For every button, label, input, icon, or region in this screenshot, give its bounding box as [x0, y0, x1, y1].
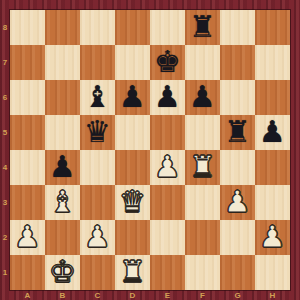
file-label-d: D	[115, 290, 150, 300]
square-c3[interactable]	[80, 185, 115, 220]
square-h3[interactable]	[255, 185, 290, 220]
square-e3[interactable]	[150, 185, 185, 220]
rank-label-8: 8	[0, 10, 10, 45]
file-label-e: E	[150, 290, 185, 300]
square-b7[interactable]	[45, 45, 80, 80]
square-g4[interactable]	[220, 150, 255, 185]
piece-white-pawn-h2[interactable]: ♟	[259, 219, 286, 254]
piece-white-pawn-a2[interactable]: ♟	[14, 219, 41, 254]
piece-black-rook-f8[interactable]: ♜	[189, 9, 216, 44]
square-a2[interactable]: ♟	[10, 220, 45, 255]
square-c5[interactable]: ♛	[80, 115, 115, 150]
square-g7[interactable]	[220, 45, 255, 80]
square-e2[interactable]	[150, 220, 185, 255]
piece-white-king-b1[interactable]: ♚	[49, 254, 76, 289]
chess-board-frame: 87654321 ABCDEFGH ♜♚♝♟♟♟♛♜♟♟♟♜♝♛♟♟♟♟♚♜	[0, 0, 300, 300]
square-g2[interactable]	[220, 220, 255, 255]
square-b5[interactable]	[45, 115, 80, 150]
rank-labels: 87654321	[0, 10, 10, 290]
square-a3[interactable]	[10, 185, 45, 220]
file-label-b: B	[45, 290, 80, 300]
piece-black-king-e7[interactable]: ♚	[154, 44, 181, 79]
rank-label-1: 1	[0, 255, 10, 290]
piece-black-rook-g5[interactable]: ♜	[224, 114, 251, 149]
file-label-c: C	[80, 290, 115, 300]
rank-label-6: 6	[0, 80, 10, 115]
square-d3[interactable]: ♛	[115, 185, 150, 220]
square-f2[interactable]	[185, 220, 220, 255]
square-e7[interactable]: ♚	[150, 45, 185, 80]
piece-white-rook-f4[interactable]: ♜	[189, 149, 216, 184]
square-e5[interactable]	[150, 115, 185, 150]
square-c8[interactable]	[80, 10, 115, 45]
square-h6[interactable]	[255, 80, 290, 115]
piece-black-pawn-h5[interactable]: ♟	[259, 114, 286, 149]
piece-black-pawn-b4[interactable]: ♟	[49, 149, 76, 184]
file-label-h: H	[255, 290, 290, 300]
piece-black-queen-c5[interactable]: ♛	[84, 114, 111, 149]
square-d7[interactable]	[115, 45, 150, 80]
square-g5[interactable]: ♜	[220, 115, 255, 150]
square-g1[interactable]	[220, 255, 255, 290]
piece-black-pawn-e6[interactable]: ♟	[154, 79, 181, 114]
file-label-a: A	[10, 290, 45, 300]
square-c7[interactable]	[80, 45, 115, 80]
square-d1[interactable]: ♜	[115, 255, 150, 290]
rank-label-5: 5	[0, 115, 10, 150]
square-h8[interactable]	[255, 10, 290, 45]
square-b1[interactable]: ♚	[45, 255, 80, 290]
square-f7[interactable]	[185, 45, 220, 80]
square-a7[interactable]	[10, 45, 45, 80]
square-e6[interactable]: ♟	[150, 80, 185, 115]
square-b4[interactable]: ♟	[45, 150, 80, 185]
square-h5[interactable]: ♟	[255, 115, 290, 150]
square-a4[interactable]	[10, 150, 45, 185]
piece-white-pawn-e4[interactable]: ♟	[154, 149, 181, 184]
square-a5[interactable]	[10, 115, 45, 150]
rank-label-2: 2	[0, 220, 10, 255]
piece-black-bishop-c6[interactable]: ♝	[84, 79, 111, 114]
file-labels: ABCDEFGH	[10, 290, 290, 300]
piece-black-pawn-f6[interactable]: ♟	[189, 79, 216, 114]
square-f6[interactable]: ♟	[185, 80, 220, 115]
square-f1[interactable]	[185, 255, 220, 290]
rank-label-7: 7	[0, 45, 10, 80]
square-g8[interactable]	[220, 10, 255, 45]
square-h7[interactable]	[255, 45, 290, 80]
file-label-g: G	[220, 290, 255, 300]
piece-white-pawn-c2[interactable]: ♟	[84, 219, 111, 254]
square-f5[interactable]	[185, 115, 220, 150]
square-c6[interactable]: ♝	[80, 80, 115, 115]
square-h1[interactable]	[255, 255, 290, 290]
piece-white-queen-d3[interactable]: ♛	[119, 184, 146, 219]
rank-label-4: 4	[0, 150, 10, 185]
piece-white-pawn-g3[interactable]: ♟	[224, 184, 251, 219]
square-e1[interactable]	[150, 255, 185, 290]
square-e8[interactable]	[150, 10, 185, 45]
square-f8[interactable]: ♜	[185, 10, 220, 45]
file-label-f: F	[185, 290, 220, 300]
rank-label-3: 3	[0, 185, 10, 220]
square-b8[interactable]	[45, 10, 80, 45]
square-h4[interactable]	[255, 150, 290, 185]
square-f4[interactable]: ♜	[185, 150, 220, 185]
square-c2[interactable]: ♟	[80, 220, 115, 255]
piece-white-rook-d1[interactable]: ♜	[119, 254, 146, 289]
square-d8[interactable]	[115, 10, 150, 45]
square-f3[interactable]	[185, 185, 220, 220]
square-d4[interactable]	[115, 150, 150, 185]
square-g3[interactable]: ♟	[220, 185, 255, 220]
square-c4[interactable]	[80, 150, 115, 185]
square-c1[interactable]	[80, 255, 115, 290]
square-b6[interactable]	[45, 80, 80, 115]
square-a8[interactable]	[10, 10, 45, 45]
square-b2[interactable]	[45, 220, 80, 255]
square-d2[interactable]	[115, 220, 150, 255]
square-b3[interactable]: ♝	[45, 185, 80, 220]
square-a1[interactable]	[10, 255, 45, 290]
piece-black-pawn-d6[interactable]: ♟	[119, 79, 146, 114]
chess-board: ♜♚♝♟♟♟♛♜♟♟♟♜♝♛♟♟♟♟♚♜	[10, 10, 290, 290]
square-d6[interactable]: ♟	[115, 80, 150, 115]
piece-white-bishop-b3[interactable]: ♝	[49, 184, 76, 219]
square-h2[interactable]: ♟	[255, 220, 290, 255]
square-d5[interactable]	[115, 115, 150, 150]
square-a6[interactable]	[10, 80, 45, 115]
square-g6[interactable]	[220, 80, 255, 115]
square-e4[interactable]: ♟	[150, 150, 185, 185]
